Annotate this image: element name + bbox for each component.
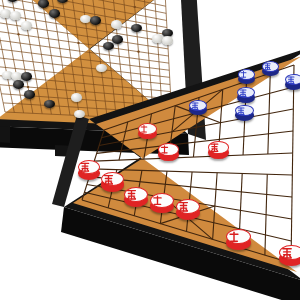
go-stone-black[interactable] [38,0,49,8]
xiangqi-piece-red-cannon[interactable] [208,141,229,159]
go-stone-white[interactable] [74,110,85,119]
xiangqi-piece-red-horse[interactable] [101,172,124,192]
piece-cap [238,69,255,80]
xiangqi-piece-blue-cannon[interactable] [235,105,254,121]
go-stone-black[interactable] [44,100,55,109]
piece-cap [138,123,157,135]
piece-character-仕 [227,230,241,244]
piece-character-馬 [280,246,294,260]
piece-cap [208,141,229,154]
go-stone-white[interactable] [111,20,122,29]
piece-character-炮 [209,142,220,153]
piece-character-兵 [159,144,170,155]
go-stone-black[interactable] [112,35,123,44]
xiangqi-piece-red-soldier[interactable] [158,143,179,161]
go-stone-black[interactable] [90,16,101,25]
go-stone-black[interactable] [24,90,35,99]
piece-cap [262,61,279,72]
go-stone-white[interactable] [71,93,82,102]
xiangqi-piece-red-horse[interactable] [279,245,301,267]
piece-character-馬 [190,101,200,111]
xiangqi-piece-red-advisor[interactable] [150,193,174,214]
piece-character-車 [79,161,91,173]
xiangqi-piece-red-chariot[interactable] [78,160,100,179]
piece-cap [158,143,179,156]
pieces-layer [0,0,300,300]
piece-cap [150,193,174,208]
go-stone-black[interactable] [7,0,18,2]
piece-character-相 [125,188,138,201]
go-stone-white[interactable] [21,21,32,30]
go-stone-black[interactable] [103,42,114,51]
piece-character-仕 [151,194,164,207]
piece-character-馬 [102,173,115,186]
piece-cap [237,87,255,98]
xiangqi-piece-blue-advisor[interactable] [238,69,255,84]
piece-character-帥 [177,200,190,213]
piece-cap [285,74,300,85]
xiangqi-piece-blue-horse[interactable] [189,100,207,116]
go-stone-white[interactable] [0,9,11,18]
xiangqi-piece-red-general[interactable] [176,199,200,220]
piece-character-將 [238,88,248,98]
xiangqi-piece-red-soldier[interactable] [138,123,157,139]
piece-character-士 [239,70,248,79]
go-stone-white[interactable] [10,11,21,20]
piece-cap [176,199,200,214]
piece-cap [124,187,148,202]
xiangqi-piece-red-advisor[interactable] [226,229,251,251]
go-stone-black[interactable] [13,80,24,89]
go-stone-black[interactable] [131,24,142,33]
product-photo-stage [0,0,300,300]
xiangqi-piece-blue-chariot[interactable] [285,74,300,90]
xiangqi-piece-blue-general[interactable] [237,87,255,103]
piece-cap [101,172,124,186]
go-stone-white[interactable] [96,64,107,73]
go-stone-black[interactable] [57,0,68,3]
go-stone-black[interactable] [21,72,32,81]
go-stone-white[interactable] [162,36,173,45]
xiangqi-piece-red-elephant[interactable] [124,187,148,208]
piece-character-砲 [236,106,246,116]
piece-cap [279,245,301,261]
piece-character-象 [263,62,272,71]
go-stone-black[interactable] [49,9,60,18]
xiangqi-piece-blue-elephant[interactable] [262,61,279,76]
piece-character-車 [286,75,296,85]
piece-cap [189,100,207,111]
piece-character-兵 [139,124,149,134]
